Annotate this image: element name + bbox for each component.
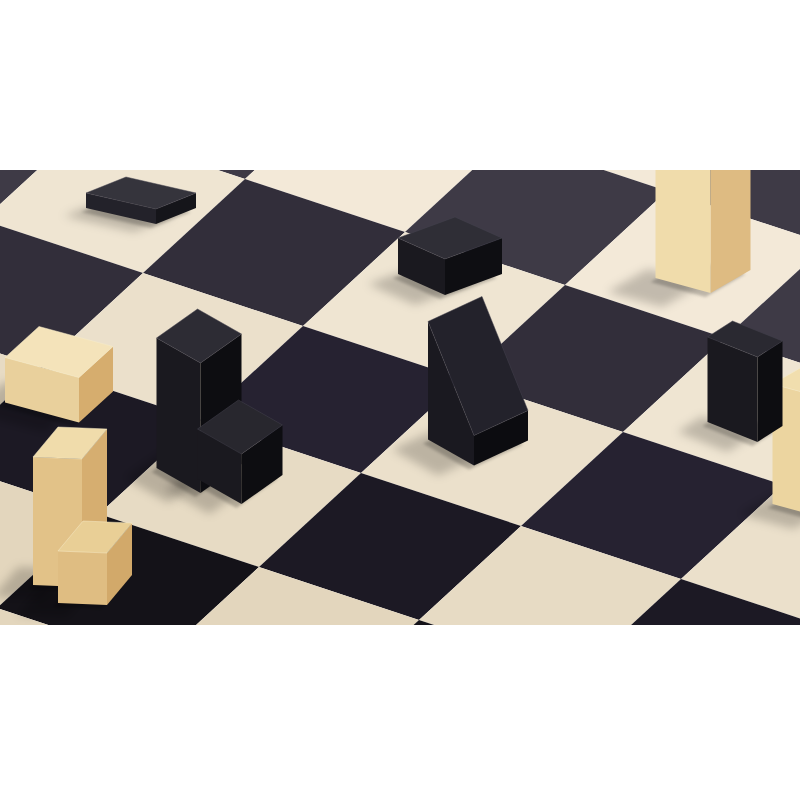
page-background [0, 0, 800, 800]
piece-face [157, 338, 201, 493]
piece-white-rook-e6[interactable] [656, 170, 751, 293]
piece-face [758, 341, 783, 442]
chessboard-photo [0, 170, 800, 625]
piece-face [58, 551, 107, 605]
piece-black-pawn-f5[interactable] [708, 321, 783, 442]
piece-face [656, 170, 711, 293]
board-svg [0, 170, 800, 625]
